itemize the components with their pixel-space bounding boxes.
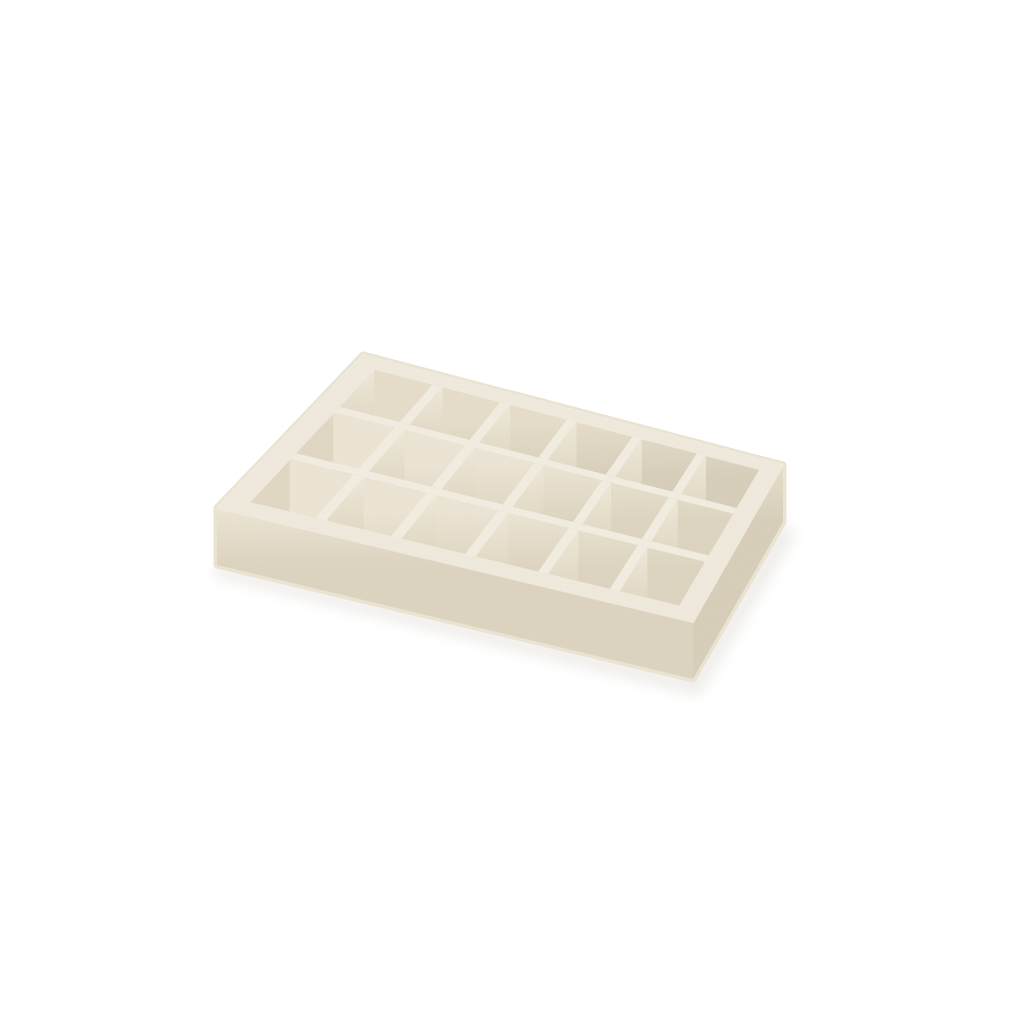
photo-canvas [0,0,1024,1024]
jewelry-organizer-tray [0,0,1024,1024]
fabric-texture [150,300,850,750]
